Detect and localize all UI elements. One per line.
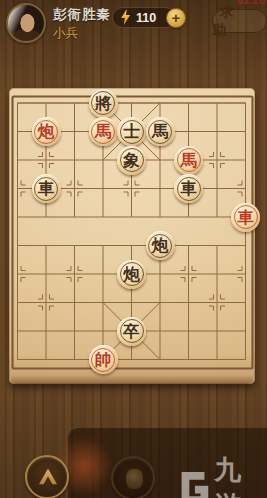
piece-red-馬[interactable]: 馬 — [174, 146, 203, 175]
add-energy-button[interactable]: + — [166, 8, 186, 28]
player-name: 彭衙胜秦 — [53, 6, 111, 24]
piece-red-車[interactable]: 車 — [231, 203, 260, 232]
piece-black-卒[interactable]: 卒 — [117, 317, 146, 346]
piece-black-士[interactable]: 士 — [117, 117, 146, 146]
player-avatar[interactable] — [6, 3, 46, 43]
chevron-up-icon — [36, 467, 60, 489]
piece-black-炮[interactable]: 炮 — [146, 231, 175, 260]
xiangqi-board: 將炮馬士馬象馬車車車炮炮卒帥 — [9, 88, 255, 384]
watermark: 九游 — [176, 452, 267, 498]
match-timer: 01:20 — [237, 0, 265, 6]
piece-black-馬[interactable]: 馬 — [146, 117, 175, 146]
piece-black-象[interactable]: 象 — [117, 146, 146, 175]
piece-black-車[interactable]: 車 — [32, 174, 61, 203]
piece-black-炮[interactable]: 炮 — [117, 260, 146, 289]
watermark-text: 九游 — [214, 452, 267, 498]
energy-value: 110 — [136, 11, 156, 25]
watermark-logo — [176, 468, 210, 498]
menu-expand-button[interactable] — [25, 455, 69, 498]
piece-red-帥[interactable]: 帥 — [89, 345, 118, 374]
player-rank-badge: 小兵 — [53, 25, 78, 42]
piece-black-車[interactable]: 車 — [174, 174, 203, 203]
piece-red-炮[interactable]: 炮 — [32, 117, 61, 146]
piece-black-將[interactable]: 將 — [89, 89, 118, 118]
piece-red-馬[interactable]: 馬 — [89, 117, 118, 146]
help-button[interactable]: 求 助 — [212, 9, 267, 33]
game-screen: 彭衙胜秦 小兵 110 + 求 助 01:20 將炮馬士馬象馬車車車炮炮卒帥 九… — [0, 0, 267, 498]
piece-layer: 將炮馬士馬象馬車車車炮炮卒帥 — [3, 89, 260, 374]
